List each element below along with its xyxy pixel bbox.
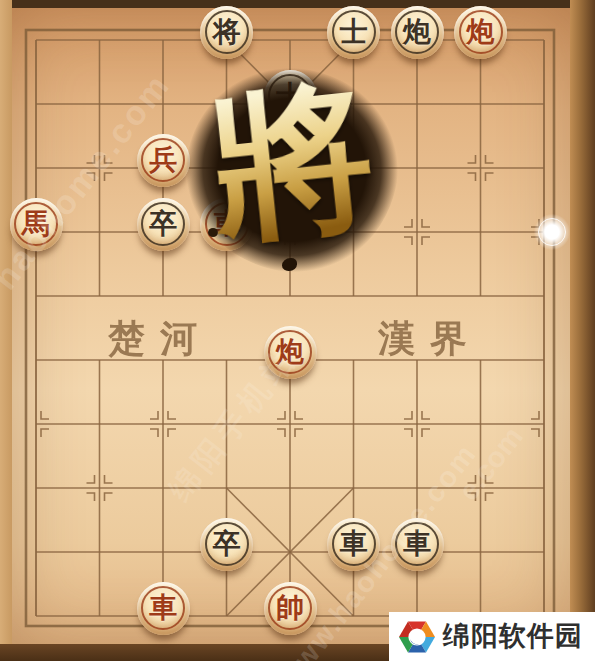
frame-edge-top xyxy=(0,0,595,8)
touch-indicator[interactable] xyxy=(534,214,570,250)
piece-glyph: 卒 xyxy=(149,210,177,238)
piece-glyph: 炮 xyxy=(403,18,431,46)
piece-glyph: 将 xyxy=(213,18,241,46)
piece-black-advisor[interactable]: 士 xyxy=(264,70,317,123)
piece-black-soldier[interactable]: 卒 xyxy=(137,198,190,251)
river-label-left: 楚河 xyxy=(108,320,212,357)
frame-edge-left xyxy=(0,0,12,661)
piece-glyph: 兵 xyxy=(149,146,177,174)
piece-glyph: 車 xyxy=(340,530,368,558)
piece-black-chariot[interactable]: 車 xyxy=(327,518,380,571)
frame-edge-right xyxy=(570,0,595,661)
piece-glyph: 卒 xyxy=(213,530,241,558)
piece-glyph: 車 xyxy=(403,530,431,558)
piece-glyph: 馬 xyxy=(22,210,50,238)
piece-black-chariot[interactable]: 車 xyxy=(391,518,444,571)
river-label-right: 漢界 xyxy=(378,320,482,357)
xiangqi-game-screen: 楚河 漢界 将士炮炮士兵馬卒車炮卒車車車帥 將 haohome.com 绵阳手机… xyxy=(0,0,595,661)
piece-red-cannon[interactable]: 炮 xyxy=(454,6,507,59)
piece-glyph: 車 xyxy=(149,594,177,622)
piece-red-chariot[interactable]: 車 xyxy=(200,198,253,251)
piece-black-cannon[interactable]: 炮 xyxy=(391,6,444,59)
piece-black-general[interactable]: 将 xyxy=(200,6,253,59)
piece-glyph: 士 xyxy=(276,82,304,110)
piece-black-advisor[interactable]: 士 xyxy=(327,6,380,59)
piece-red-cannon[interactable]: 炮 xyxy=(264,326,317,379)
piece-glyph: 帥 xyxy=(276,594,304,622)
piece-glyph: 車 xyxy=(213,210,241,238)
site-name: 绵阳软件园 xyxy=(443,623,583,650)
piece-red-horse[interactable]: 馬 xyxy=(10,198,63,251)
site-logo-pinwheel-icon xyxy=(398,618,436,656)
piece-red-general[interactable]: 帥 xyxy=(264,582,317,635)
piece-glyph: 炮 xyxy=(467,18,495,46)
piece-red-chariot[interactable]: 車 xyxy=(137,582,190,635)
piece-black-soldier[interactable]: 卒 xyxy=(200,518,253,571)
piece-glyph: 炮 xyxy=(276,338,304,366)
piece-red-soldier[interactable]: 兵 xyxy=(137,134,190,187)
piece-glyph: 士 xyxy=(340,18,368,46)
site-watermark-banner: 绵阳软件园 xyxy=(389,612,595,661)
